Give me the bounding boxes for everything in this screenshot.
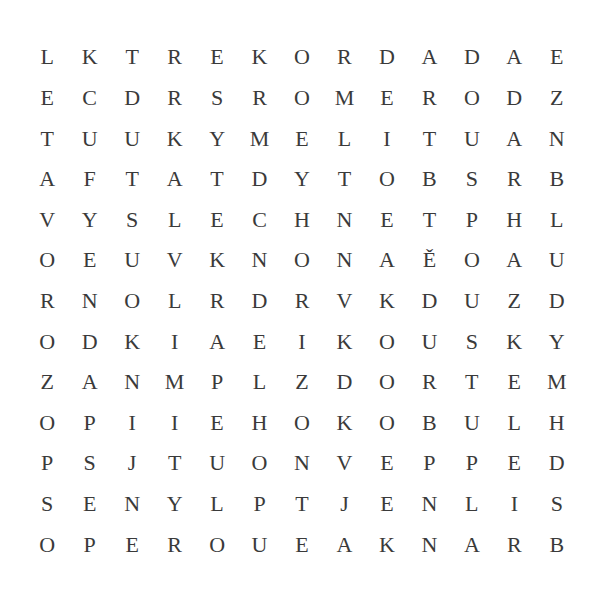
grid-cell-r1c2[interactable]: K: [68, 37, 110, 78]
grid-cell-r13c5[interactable]: O: [196, 524, 238, 565]
grid-cell-r4c5[interactable]: T: [196, 159, 238, 200]
grid-cell-r10c5[interactable]: E: [196, 403, 238, 444]
grid-cell-r13c1[interactable]: O: [26, 524, 68, 565]
grid-cell-r7c13[interactable]: D: [536, 281, 578, 322]
grid-cell-r1c8[interactable]: R: [323, 37, 365, 78]
grid-cell-r5c10[interactable]: T: [408, 199, 450, 240]
grid-cell-r12c3[interactable]: N: [111, 484, 153, 525]
grid-cell-r12c11[interactable]: L: [451, 484, 493, 525]
grid-cell-r11c5[interactable]: U: [196, 443, 238, 484]
grid-cell-r8c5[interactable]: A: [196, 321, 238, 362]
grid-cell-r11c6[interactable]: O: [238, 443, 280, 484]
grid-cell-r11c7[interactable]: N: [281, 443, 323, 484]
grid-cell-r1c9[interactable]: D: [366, 37, 408, 78]
grid-cell-r9c3[interactable]: N: [111, 362, 153, 403]
grid-cell-r4c11[interactable]: S: [451, 159, 493, 200]
grid-cell-r3c3[interactable]: U: [111, 118, 153, 159]
grid-cell-r13c7[interactable]: E: [281, 524, 323, 565]
grid-cell-r8c10[interactable]: U: [408, 321, 450, 362]
grid-cell-r1c4[interactable]: R: [153, 37, 195, 78]
grid-cell-r7c8[interactable]: V: [323, 281, 365, 322]
grid-cell-r5c5[interactable]: E: [196, 199, 238, 240]
grid-cell-r6c3[interactable]: U: [111, 240, 153, 281]
grid-cell-r3c11[interactable]: U: [451, 118, 493, 159]
grid-cell-r5c8[interactable]: N: [323, 199, 365, 240]
grid-cell-r7c6[interactable]: D: [238, 281, 280, 322]
grid-cell-r6c6[interactable]: N: [238, 240, 280, 281]
grid-cell-r10c10[interactable]: B: [408, 403, 450, 444]
grid-cell-r6c8[interactable]: N: [323, 240, 365, 281]
grid-cell-r10c8[interactable]: K: [323, 403, 365, 444]
grid-cell-r3c4[interactable]: K: [153, 118, 195, 159]
grid-cell-r13c11[interactable]: A: [451, 524, 493, 565]
grid-cell-r9c1[interactable]: Z: [26, 362, 68, 403]
grid-cell-r9c13[interactable]: M: [536, 362, 578, 403]
grid-cell-r2c6[interactable]: R: [238, 78, 280, 119]
grid-cell-r7c3[interactable]: O: [111, 281, 153, 322]
grid-cell-r6c5[interactable]: K: [196, 240, 238, 281]
grid-cell-r10c13[interactable]: H: [536, 403, 578, 444]
grid-cell-r7c5[interactable]: R: [196, 281, 238, 322]
grid-cell-r12c4[interactable]: Y: [153, 484, 195, 525]
grid-cell-r13c8[interactable]: A: [323, 524, 365, 565]
grid-cell-r1c1[interactable]: L: [26, 37, 68, 78]
grid-cell-r4c2[interactable]: F: [68, 159, 110, 200]
grid-cell-r11c3[interactable]: J: [111, 443, 153, 484]
grid-cell-r3c2[interactable]: U: [68, 118, 110, 159]
grid-cell-r1c11[interactable]: D: [451, 37, 493, 78]
grid-cell-r7c2[interactable]: N: [68, 281, 110, 322]
grid-cell-r6c10[interactable]: Ě: [408, 240, 450, 281]
grid-cell-r1c5[interactable]: E: [196, 37, 238, 78]
grid-cell-r12c6[interactable]: P: [238, 484, 280, 525]
grid-cell-r13c10[interactable]: N: [408, 524, 450, 565]
grid-cell-r3c7[interactable]: E: [281, 118, 323, 159]
grid-cell-r10c1[interactable]: O: [26, 403, 68, 444]
grid-cell-r6c2[interactable]: E: [68, 240, 110, 281]
grid-cell-r4c4[interactable]: A: [153, 159, 195, 200]
grid-cell-r10c3[interactable]: I: [111, 403, 153, 444]
grid-cell-r3c9[interactable]: I: [366, 118, 408, 159]
grid-cell-r9c5[interactable]: P: [196, 362, 238, 403]
grid-cell-r11c13[interactable]: D: [536, 443, 578, 484]
grid-cell-r2c2[interactable]: C: [68, 78, 110, 119]
grid-cell-r11c4[interactable]: T: [153, 443, 195, 484]
grid-cell-r12c5[interactable]: L: [196, 484, 238, 525]
grid-cell-r2c3[interactable]: D: [111, 78, 153, 119]
grid-cell-r10c7[interactable]: O: [281, 403, 323, 444]
grid-cell-r12c8[interactable]: J: [323, 484, 365, 525]
grid-cell-r8c1[interactable]: O: [26, 321, 68, 362]
grid-cell-r3c10[interactable]: T: [408, 118, 450, 159]
grid-cell-r3c5[interactable]: Y: [196, 118, 238, 159]
grid-cell-r6c11[interactable]: O: [451, 240, 493, 281]
grid-cell-r7c10[interactable]: D: [408, 281, 450, 322]
grid-cell-r9c9[interactable]: O: [366, 362, 408, 403]
grid-cell-r4c7[interactable]: Y: [281, 159, 323, 200]
grid-cell-r6c12[interactable]: A: [493, 240, 535, 281]
grid-cell-r5c1[interactable]: V: [26, 199, 68, 240]
word-search-grid: LKTREKORDADAEECDRSROMERODZTUUKYMELITUANA…: [26, 37, 578, 565]
grid-cell-r12c10[interactable]: N: [408, 484, 450, 525]
grid-cell-r11c8[interactable]: V: [323, 443, 365, 484]
grid-cell-r8c8[interactable]: K: [323, 321, 365, 362]
grid-cell-r1c12[interactable]: A: [493, 37, 535, 78]
grid-cell-r2c13[interactable]: Z: [536, 78, 578, 119]
grid-cell-r3c12[interactable]: A: [493, 118, 535, 159]
grid-cell-r8c9[interactable]: O: [366, 321, 408, 362]
grid-cell-r2c7[interactable]: O: [281, 78, 323, 119]
grid-cell-r9c2[interactable]: A: [68, 362, 110, 403]
grid-cell-r11c12[interactable]: E: [493, 443, 535, 484]
grid-cell-r8c2[interactable]: D: [68, 321, 110, 362]
grid-cell-r11c9[interactable]: E: [366, 443, 408, 484]
grid-cell-r6c4[interactable]: V: [153, 240, 195, 281]
grid-cell-r7c7[interactable]: R: [281, 281, 323, 322]
grid-cell-r11c2[interactable]: S: [68, 443, 110, 484]
grid-cell-r4c3[interactable]: T: [111, 159, 153, 200]
grid-cell-r5c2[interactable]: Y: [68, 199, 110, 240]
grid-cell-r10c9[interactable]: O: [366, 403, 408, 444]
grid-cell-r4c12[interactable]: R: [493, 159, 535, 200]
grid-cell-r9c4[interactable]: M: [153, 362, 195, 403]
grid-cell-r7c1[interactable]: R: [26, 281, 68, 322]
grid-cell-r11c10[interactable]: P: [408, 443, 450, 484]
grid-cell-r5c12[interactable]: H: [493, 199, 535, 240]
grid-cell-r2c12[interactable]: D: [493, 78, 535, 119]
grid-cell-r11c1[interactable]: P: [26, 443, 68, 484]
grid-cell-r2c8[interactable]: M: [323, 78, 365, 119]
grid-cell-r4c6[interactable]: D: [238, 159, 280, 200]
grid-cell-r5c7[interactable]: H: [281, 199, 323, 240]
grid-cell-r7c12[interactable]: Z: [493, 281, 535, 322]
grid-cell-r13c6[interactable]: U: [238, 524, 280, 565]
grid-cell-r5c11[interactable]: P: [451, 199, 493, 240]
grid-cell-r1c6[interactable]: K: [238, 37, 280, 78]
grid-cell-r6c9[interactable]: A: [366, 240, 408, 281]
grid-cell-r12c9[interactable]: E: [366, 484, 408, 525]
grid-cell-r5c9[interactable]: E: [366, 199, 408, 240]
grid-cell-r4c10[interactable]: B: [408, 159, 450, 200]
grid-cell-r5c3[interactable]: S: [111, 199, 153, 240]
grid-cell-r2c5[interactable]: S: [196, 78, 238, 119]
grid-cell-r4c1[interactable]: A: [26, 159, 68, 200]
grid-cell-r1c10[interactable]: A: [408, 37, 450, 78]
grid-cell-r2c11[interactable]: O: [451, 78, 493, 119]
grid-cell-r12c13[interactable]: S: [536, 484, 578, 525]
grid-cell-r13c2[interactable]: P: [68, 524, 110, 565]
grid-cell-r8c13[interactable]: Y: [536, 321, 578, 362]
grid-cell-r1c13[interactable]: E: [536, 37, 578, 78]
grid-cell-r3c6[interactable]: M: [238, 118, 280, 159]
grid-cell-r6c7[interactable]: O: [281, 240, 323, 281]
grid-cell-r2c1[interactable]: E: [26, 78, 68, 119]
grid-cell-r9c7[interactable]: Z: [281, 362, 323, 403]
grid-cell-r8c11[interactable]: S: [451, 321, 493, 362]
grid-cell-r12c2[interactable]: E: [68, 484, 110, 525]
grid-cell-r4c8[interactable]: T: [323, 159, 365, 200]
word-search-page: LKTREKORDADAEECDRSROMERODZTUUKYMELITUANA…: [0, 0, 598, 598]
grid-cell-r13c3[interactable]: E: [111, 524, 153, 565]
grid-cell-r12c7[interactable]: T: [281, 484, 323, 525]
grid-cell-r6c13[interactable]: U: [536, 240, 578, 281]
grid-cell-r9c10[interactable]: R: [408, 362, 450, 403]
grid-cell-r13c12[interactable]: R: [493, 524, 535, 565]
grid-cell-r2c4[interactable]: R: [153, 78, 195, 119]
grid-cell-r13c13[interactable]: B: [536, 524, 578, 565]
grid-cell-r8c6[interactable]: E: [238, 321, 280, 362]
grid-cell-r7c4[interactable]: L: [153, 281, 195, 322]
grid-cell-r9c8[interactable]: D: [323, 362, 365, 403]
grid-cell-r9c11[interactable]: T: [451, 362, 493, 403]
grid-cell-r9c6[interactable]: L: [238, 362, 280, 403]
grid-cell-r10c12[interactable]: L: [493, 403, 535, 444]
grid-cell-r11c11[interactable]: P: [451, 443, 493, 484]
grid-cell-r7c9[interactable]: K: [366, 281, 408, 322]
grid-cell-r4c9[interactable]: O: [366, 159, 408, 200]
grid-cell-r12c12[interactable]: I: [493, 484, 535, 525]
grid-cell-r3c8[interactable]: L: [323, 118, 365, 159]
grid-cell-r1c3[interactable]: T: [111, 37, 153, 78]
grid-cell-r10c2[interactable]: P: [68, 403, 110, 444]
grid-cell-r8c12[interactable]: K: [493, 321, 535, 362]
grid-cell-r4c13[interactable]: B: [536, 159, 578, 200]
grid-cell-r10c11[interactable]: U: [451, 403, 493, 444]
grid-cell-r10c6[interactable]: H: [238, 403, 280, 444]
grid-cell-r13c4[interactable]: R: [153, 524, 195, 565]
grid-cell-r8c3[interactable]: K: [111, 321, 153, 362]
grid-cell-r12c1[interactable]: S: [26, 484, 68, 525]
grid-cell-r2c10[interactable]: R: [408, 78, 450, 119]
grid-cell-r10c4[interactable]: I: [153, 403, 195, 444]
grid-cell-r8c7[interactable]: I: [281, 321, 323, 362]
grid-cell-r5c13[interactable]: L: [536, 199, 578, 240]
grid-cell-r9c12[interactable]: E: [493, 362, 535, 403]
grid-cell-r8c4[interactable]: I: [153, 321, 195, 362]
grid-cell-r3c1[interactable]: T: [26, 118, 68, 159]
grid-cell-r2c9[interactable]: E: [366, 78, 408, 119]
grid-cell-r5c4[interactable]: L: [153, 199, 195, 240]
grid-cell-r1c7[interactable]: O: [281, 37, 323, 78]
grid-cell-r5c6[interactable]: C: [238, 199, 280, 240]
grid-cell-r13c9[interactable]: K: [366, 524, 408, 565]
grid-cell-r3c13[interactable]: N: [536, 118, 578, 159]
grid-cell-r6c1[interactable]: O: [26, 240, 68, 281]
grid-cell-r7c11[interactable]: U: [451, 281, 493, 322]
